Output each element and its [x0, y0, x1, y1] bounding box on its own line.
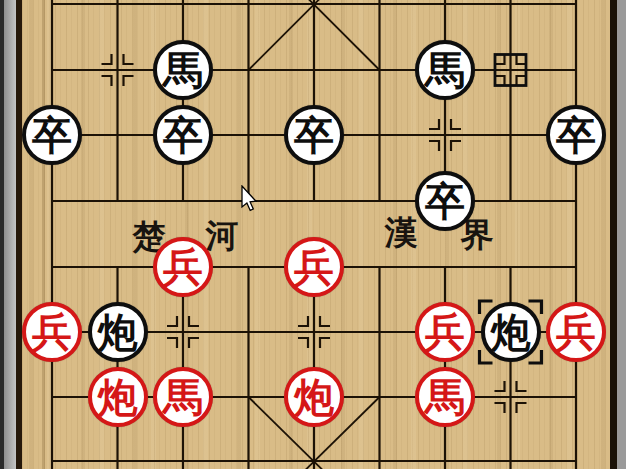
piece-red-soldier[interactable]: 兵: [284, 237, 344, 297]
piece-black-horse[interactable]: 馬: [415, 40, 475, 100]
piece-black-soldier[interactable]: 卒: [415, 171, 475, 231]
river-label: 河: [206, 214, 239, 259]
mouse-cursor: [241, 185, 259, 213]
window-border-right: [617, 0, 626, 469]
piece-black-soldier[interactable]: 卒: [153, 105, 213, 165]
board[interactable]: 楚河漢界 馬馬卒卒卒卒卒兵兵兵炮兵炮兵炮馬炮馬: [0, 0, 626, 469]
xiangqi-app-window: 楚河漢界 馬馬卒卒卒卒卒兵兵兵炮兵炮兵炮馬炮馬: [0, 0, 626, 469]
window-border-left: [4, 0, 16, 469]
piece-red-horse[interactable]: 馬: [153, 367, 213, 427]
river-label: 漢: [385, 211, 418, 256]
piece-red-cannon[interactable]: 炮: [88, 367, 148, 427]
piece-black-cannon[interactable]: 炮: [481, 302, 541, 362]
piece-black-cannon[interactable]: 炮: [88, 302, 148, 362]
board-frame-left: [16, 0, 22, 469]
board-frame-right: [610, 0, 617, 469]
piece-red-soldier[interactable]: 兵: [153, 237, 213, 297]
piece-red-horse[interactable]: 馬: [415, 367, 475, 427]
piece-black-horse[interactable]: 馬: [153, 40, 213, 100]
piece-black-soldier[interactable]: 卒: [546, 105, 606, 165]
piece-red-soldier[interactable]: 兵: [22, 302, 82, 362]
piece-red-soldier[interactable]: 兵: [415, 302, 475, 362]
piece-red-cannon[interactable]: 炮: [284, 367, 344, 427]
piece-red-soldier[interactable]: 兵: [546, 302, 606, 362]
piece-black-soldier[interactable]: 卒: [284, 105, 344, 165]
piece-black-soldier[interactable]: 卒: [22, 105, 82, 165]
